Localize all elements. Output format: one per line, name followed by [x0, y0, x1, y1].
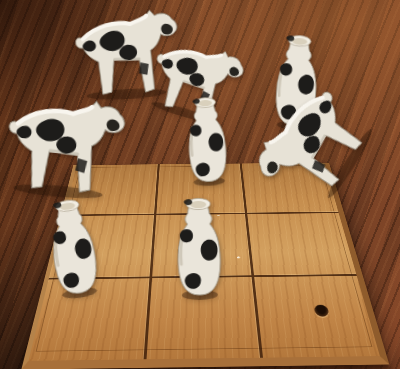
- piece-milk-bottle-r3c2[interactable]: [168, 185, 230, 306]
- milk-bottle-icon: [168, 185, 230, 306]
- piece-cow-r2c1[interactable]: [0, 90, 138, 203]
- cell-r2c3[interactable]: [248, 213, 357, 277]
- piece-milk-bottle-r2c2[interactable]: [178, 82, 236, 197]
- cell-r3c3[interactable]: [254, 276, 379, 358]
- peg-hole: [313, 304, 329, 316]
- table-surface: [0, 0, 400, 369]
- cow-icon: [0, 90, 138, 203]
- milk-bottle-icon: [178, 82, 236, 197]
